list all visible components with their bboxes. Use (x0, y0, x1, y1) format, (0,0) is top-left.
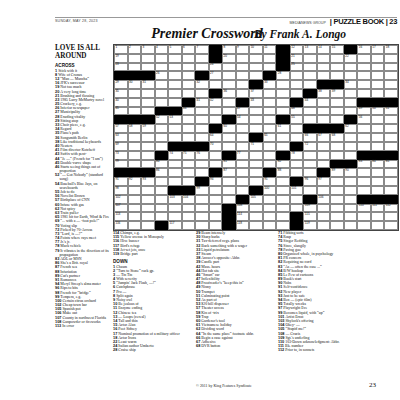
grid-cell[interactable] (317, 98, 331, 107)
grid-cell[interactable]: 9 (236, 45, 250, 54)
grid-cell[interactable] (155, 63, 169, 72)
grid-cell[interactable] (330, 177, 344, 186)
grid-cell[interactable]: 42 (209, 98, 223, 107)
grid-cell[interactable] (357, 133, 371, 142)
grid-cell[interactable]: 47 (236, 107, 250, 116)
grid-cell[interactable] (195, 204, 209, 213)
grid-cell[interactable]: 114 (236, 212, 250, 221)
grid-cell[interactable] (249, 177, 263, 186)
grid-cell[interactable]: 34 (344, 80, 358, 89)
grid-cell[interactable] (263, 89, 277, 98)
grid-cell[interactable]: 59 (141, 124, 155, 133)
grid-cell[interactable] (344, 107, 358, 116)
grid-cell[interactable] (276, 212, 290, 221)
grid-cell[interactable] (236, 160, 250, 169)
grid-cell[interactable] (168, 89, 182, 98)
grid-cell[interactable] (290, 80, 304, 89)
grid-cell[interactable]: 72 (303, 142, 317, 151)
grid-cell[interactable] (249, 107, 263, 116)
grid-cell[interactable]: 1 (114, 45, 128, 54)
grid-cell[interactable] (357, 142, 371, 151)
grid-cell[interactable] (317, 151, 331, 160)
grid-cell[interactable]: 57 (114, 124, 128, 133)
grid-cell[interactable] (276, 186, 290, 195)
grid-cell[interactable] (141, 212, 155, 221)
grid-cell[interactable] (182, 80, 196, 89)
grid-cell[interactable]: 101 (290, 186, 304, 195)
grid-cell[interactable] (155, 98, 169, 107)
grid-cell[interactable]: 81 (222, 160, 236, 169)
grid-cell[interactable]: 95 (263, 177, 277, 186)
grid-cell[interactable] (276, 133, 290, 142)
grid-cell[interactable] (209, 186, 223, 195)
grid-cell[interactable] (236, 124, 250, 133)
grid-cell[interactable] (128, 160, 142, 169)
grid-cell[interactable]: 117 (168, 221, 182, 230)
grid-cell[interactable] (128, 63, 142, 72)
grid-cell[interactable]: 65 (263, 133, 277, 142)
grid-cell[interactable]: 20 (222, 54, 236, 63)
grid-cell[interactable] (303, 115, 317, 124)
grid-cell[interactable] (182, 160, 196, 169)
grid-cell[interactable] (141, 142, 155, 151)
grid-cell[interactable] (168, 177, 182, 186)
grid-cell[interactable]: 18 (384, 45, 398, 54)
grid-cell[interactable] (182, 115, 196, 124)
grid-cell[interactable] (344, 195, 358, 204)
grid-cell[interactable] (155, 212, 169, 221)
grid-cell[interactable] (209, 107, 223, 116)
grid-cell[interactable] (182, 71, 196, 80)
grid-cell[interactable] (249, 204, 263, 213)
grid-cell[interactable] (249, 124, 263, 133)
grid-cell[interactable] (182, 177, 196, 186)
grid-cell[interactable] (317, 204, 331, 213)
grid-cell[interactable] (195, 221, 209, 230)
grid-cell[interactable] (155, 80, 169, 89)
grid-cell[interactable] (168, 124, 182, 133)
grid-cell[interactable]: 53 (168, 115, 182, 124)
grid-cell[interactable] (317, 71, 331, 80)
grid-cell[interactable]: 38 (317, 89, 331, 98)
grid-cell[interactable] (155, 124, 169, 133)
grid-cell[interactable] (344, 221, 358, 230)
grid-cell[interactable]: 70 (209, 142, 223, 151)
grid-cell[interactable]: 13 (303, 45, 317, 54)
grid-cell[interactable] (168, 133, 182, 142)
grid-cell[interactable] (195, 54, 209, 63)
grid-cell[interactable] (168, 168, 182, 177)
grid-cell[interactable] (128, 54, 142, 63)
grid-cell[interactable] (357, 221, 371, 230)
grid-cell[interactable] (303, 168, 317, 177)
grid-cell[interactable] (384, 177, 398, 186)
grid-cell[interactable] (249, 221, 263, 230)
grid-cell[interactable] (222, 133, 236, 142)
grid-cell[interactable] (236, 186, 250, 195)
grid-cell[interactable]: 7 (195, 45, 209, 54)
grid-cell[interactable] (317, 63, 331, 72)
grid-cell[interactable] (195, 107, 209, 116)
grid-cell[interactable]: 50 (371, 107, 385, 116)
grid-cell[interactable]: 27 (209, 71, 223, 80)
grid-cell[interactable]: 68 (330, 133, 344, 142)
grid-cell[interactable] (249, 54, 263, 63)
grid-cell[interactable]: 119 (303, 221, 317, 230)
grid-cell[interactable]: 113 (114, 212, 128, 221)
grid-cell[interactable] (168, 98, 182, 107)
grid-cell[interactable] (330, 195, 344, 204)
grid-cell[interactable] (344, 98, 358, 107)
grid-cell[interactable] (371, 133, 385, 142)
crossword-grid[interactable]: 1234567891011121314151617181920212223242… (113, 44, 399, 231)
grid-cell[interactable] (290, 133, 304, 142)
grid-cell[interactable]: 107 (114, 204, 128, 213)
grid-cell[interactable] (222, 71, 236, 80)
grid-cell[interactable] (303, 107, 317, 116)
grid-cell[interactable] (195, 63, 209, 72)
grid-cell[interactable] (330, 71, 344, 80)
grid-cell[interactable]: 83 (357, 160, 371, 169)
grid-cell[interactable] (263, 160, 277, 169)
grid-cell[interactable]: 66 (303, 133, 317, 142)
grid-cell[interactable] (236, 54, 250, 63)
grid-cell[interactable] (384, 133, 398, 142)
grid-cell[interactable]: 48 (290, 107, 304, 116)
grid-cell[interactable]: 67 (317, 133, 331, 142)
grid-cell[interactable] (236, 168, 250, 177)
grid-cell[interactable] (155, 186, 169, 195)
grid-cell[interactable] (344, 212, 358, 221)
grid-cell[interactable] (371, 212, 385, 221)
grid-cell[interactable] (384, 115, 398, 124)
grid-cell[interactable] (344, 204, 358, 213)
grid-cell[interactable]: 41 (195, 98, 209, 107)
grid-cell[interactable] (182, 63, 196, 72)
grid-cell[interactable] (263, 212, 277, 221)
grid-cell[interactable]: 32 (195, 80, 209, 89)
grid-cell[interactable]: 79 (114, 160, 128, 169)
grid-cell[interactable] (155, 142, 169, 151)
grid-cell[interactable] (182, 133, 196, 142)
grid-cell[interactable]: 19 (114, 54, 128, 63)
grid-cell[interactable]: 71 (249, 142, 263, 151)
grid-cell[interactable] (141, 221, 155, 230)
grid-cell[interactable] (141, 63, 155, 72)
grid-cell[interactable] (236, 133, 250, 142)
grid-cell[interactable]: 94 (209, 177, 223, 186)
grid-cell[interactable]: 98 (114, 186, 128, 195)
grid-cell[interactable]: 110 (357, 204, 371, 213)
grid-cell[interactable]: 80 (155, 160, 169, 169)
grid-cell[interactable] (303, 160, 317, 169)
grid-cell[interactable] (236, 80, 250, 89)
grid-cell[interactable] (276, 80, 290, 89)
grid-cell[interactable]: 46 (182, 107, 196, 116)
grid-cell[interactable] (209, 195, 223, 204)
grid-cell[interactable]: 29 (114, 80, 128, 89)
grid-cell[interactable] (128, 98, 142, 107)
grid-cell[interactable] (357, 80, 371, 89)
grid-cell[interactable] (263, 98, 277, 107)
grid-cell[interactable] (222, 80, 236, 89)
grid-cell[interactable]: 56 (357, 115, 371, 124)
grid-cell[interactable] (249, 160, 263, 169)
grid-cell[interactable]: 108 (236, 204, 250, 213)
grid-cell[interactable] (155, 204, 169, 213)
grid-cell[interactable] (290, 71, 304, 80)
grid-cell[interactable] (330, 142, 344, 151)
grid-cell[interactable]: 40 (114, 98, 128, 107)
grid-cell[interactable] (263, 54, 277, 63)
grid-cell[interactable] (344, 63, 358, 72)
grid-cell[interactable] (330, 63, 344, 72)
grid-cell[interactable] (128, 212, 142, 221)
grid-cell[interactable] (195, 160, 209, 169)
grid-cell[interactable] (195, 133, 209, 142)
grid-cell[interactable] (236, 89, 250, 98)
grid-cell[interactable] (384, 142, 398, 151)
grid-cell[interactable]: 78 (290, 151, 304, 160)
grid-cell[interactable]: 96 (303, 177, 317, 186)
grid-cell[interactable]: 54 (236, 115, 250, 124)
grid-cell[interactable] (249, 71, 263, 80)
grid-cell[interactable] (182, 54, 196, 63)
grid-cell[interactable] (263, 107, 277, 116)
grid-cell[interactable] (249, 212, 263, 221)
grid-cell[interactable] (303, 186, 317, 195)
grid-cell[interactable] (209, 221, 223, 230)
grid-cell[interactable] (330, 212, 344, 221)
grid-cell[interactable] (222, 195, 236, 204)
grid-cell[interactable]: 104 (182, 195, 196, 204)
grid-cell[interactable]: 33 (263, 80, 277, 89)
grid-cell[interactable]: 31 (141, 80, 155, 89)
grid-cell[interactable]: 14 (317, 45, 331, 54)
grid-cell[interactable] (317, 221, 331, 230)
grid-cell[interactable] (344, 151, 358, 160)
grid-cell[interactable]: 88 (276, 168, 290, 177)
grid-cell[interactable]: 21 (290, 54, 304, 63)
grid-cell[interactable]: 64 (209, 133, 223, 142)
grid-cell[interactable] (371, 89, 385, 98)
grid-cell[interactable] (290, 124, 304, 133)
grid-cell[interactable]: 10 (249, 45, 263, 54)
grid-cell[interactable] (222, 142, 236, 151)
grid-cell[interactable]: 102 (114, 195, 128, 204)
grid-cell[interactable] (357, 89, 371, 98)
grid-cell[interactable]: 116 (114, 221, 128, 230)
grid-cell[interactable]: 90 (344, 168, 358, 177)
grid-cell[interactable] (303, 80, 317, 89)
grid-cell[interactable]: 69 (114, 142, 128, 151)
grid-cell[interactable] (330, 98, 344, 107)
grid-cell[interactable] (128, 186, 142, 195)
grid-cell[interactable] (155, 54, 169, 63)
grid-cell[interactable] (317, 212, 331, 221)
grid-cell[interactable] (128, 195, 142, 204)
grid-cell[interactable] (222, 186, 236, 195)
grid-cell[interactable] (344, 186, 358, 195)
grid-cell[interactable] (141, 54, 155, 63)
grid-cell[interactable]: 52 (155, 115, 169, 124)
grid-cell[interactable]: 112 (384, 204, 398, 213)
grid-cell[interactable] (276, 195, 290, 204)
grid-cell[interactable] (276, 221, 290, 230)
grid-cell[interactable]: 76 (195, 151, 209, 160)
grid-cell[interactable]: 118 (236, 221, 250, 230)
grid-cell[interactable] (195, 195, 209, 204)
grid-cell[interactable] (141, 98, 155, 107)
grid-cell[interactable]: 11 (263, 45, 277, 54)
grid-cell[interactable] (141, 151, 155, 160)
grid-cell[interactable] (357, 71, 371, 80)
grid-cell[interactable]: 5 (168, 45, 182, 54)
grid-cell[interactable] (317, 115, 331, 124)
grid-cell[interactable] (303, 63, 317, 72)
grid-cell[interactable] (195, 89, 209, 98)
grid-cell[interactable] (384, 124, 398, 133)
grid-cell[interactable]: 82 (276, 160, 290, 169)
grid-cell[interactable] (128, 107, 142, 116)
grid-cell[interactable]: 28 (276, 71, 290, 80)
grid-cell[interactable] (371, 124, 385, 133)
grid-cell[interactable] (195, 212, 209, 221)
grid-cell[interactable] (168, 204, 182, 213)
grid-cell[interactable] (168, 80, 182, 89)
grid-cell[interactable] (357, 177, 371, 186)
grid-cell[interactable] (209, 115, 223, 124)
grid-cell[interactable] (236, 142, 250, 151)
grid-cell[interactable]: 105 (249, 195, 263, 204)
grid-cell[interactable] (209, 160, 223, 169)
grid-cell[interactable]: 30 (128, 80, 142, 89)
grid-cell[interactable]: 75 (182, 151, 196, 160)
grid-cell[interactable] (168, 160, 182, 169)
grid-cell[interactable] (155, 195, 169, 204)
grid-cell[interactable] (290, 204, 304, 213)
grid-cell[interactable] (317, 186, 331, 195)
grid-cell[interactable] (222, 107, 236, 116)
grid-cell[interactable] (195, 115, 209, 124)
grid-cell[interactable] (128, 221, 142, 230)
grid-cell[interactable] (330, 186, 344, 195)
grid-cell[interactable]: 77 (236, 151, 250, 160)
grid-cell[interactable]: 49 (357, 107, 371, 116)
grid-cell[interactable]: 58 (128, 124, 142, 133)
grid-cell[interactable] (330, 107, 344, 116)
grid-cell[interactable] (384, 168, 398, 177)
grid-cell[interactable] (330, 115, 344, 124)
grid-cell[interactable] (330, 204, 344, 213)
grid-cell[interactable]: 22 (344, 54, 358, 63)
grid-cell[interactable] (371, 63, 385, 72)
grid-cell[interactable]: 89 (330, 168, 344, 177)
grid-cell[interactable] (141, 186, 155, 195)
grid-cell[interactable] (236, 177, 250, 186)
grid-cell[interactable]: 12 (290, 45, 304, 54)
grid-cell[interactable]: 103 (168, 195, 182, 204)
grid-cell[interactable]: 37 (249, 89, 263, 98)
grid-cell[interactable] (317, 142, 331, 151)
grid-cell[interactable]: 17 (371, 45, 385, 54)
grid-cell[interactable]: 97 (317, 177, 331, 186)
grid-cell[interactable] (263, 195, 277, 204)
grid-cell[interactable] (141, 195, 155, 204)
grid-cell[interactable] (182, 89, 196, 98)
grid-cell[interactable] (168, 71, 182, 80)
grid-cell[interactable] (168, 54, 182, 63)
grid-cell[interactable] (276, 177, 290, 186)
grid-cell[interactable] (141, 160, 155, 169)
grid-cell[interactable] (182, 124, 196, 133)
grid-cell[interactable]: 45 (114, 107, 128, 116)
grid-cell[interactable]: 25 (290, 63, 304, 72)
grid-cell[interactable]: 26 (155, 71, 169, 80)
grid-cell[interactable]: 61 (276, 124, 290, 133)
grid-cell[interactable] (155, 177, 169, 186)
grid-cell[interactable] (344, 177, 358, 186)
grid-cell[interactable] (263, 124, 277, 133)
grid-cell[interactable] (371, 168, 385, 177)
grid-cell[interactable] (357, 186, 371, 195)
grid-cell[interactable] (168, 63, 182, 72)
grid-cell[interactable] (249, 151, 263, 160)
grid-cell[interactable]: 43 (249, 98, 263, 107)
grid-cell[interactable]: 24 (209, 63, 223, 72)
grid-cell[interactable] (344, 133, 358, 142)
grid-cell[interactable] (249, 63, 263, 72)
grid-cell[interactable] (330, 54, 344, 63)
grid-cell[interactable] (317, 107, 331, 116)
grid-cell[interactable]: 85 (384, 160, 398, 169)
grid-cell[interactable] (371, 80, 385, 89)
grid-cell[interactable] (195, 124, 209, 133)
grid-cell[interactable] (357, 63, 371, 72)
grid-cell[interactable] (263, 115, 277, 124)
grid-cell[interactable] (209, 80, 223, 89)
grid-cell[interactable]: 55 (290, 115, 304, 124)
grid-cell[interactable]: 91 (114, 177, 128, 186)
grid-cell[interactable] (384, 89, 398, 98)
grid-cell[interactable]: 35 (114, 89, 128, 98)
grid-cell[interactable] (222, 63, 236, 72)
grid-cell[interactable] (384, 54, 398, 63)
grid-cell[interactable] (263, 63, 277, 72)
grid-cell[interactable]: 23 (114, 63, 128, 72)
grid-cell[interactable]: 109 (303, 204, 317, 213)
grid-cell[interactable]: 4 (155, 45, 169, 54)
grid-cell[interactable] (357, 124, 371, 133)
grid-cell[interactable] (141, 204, 155, 213)
grid-cell[interactable] (276, 107, 290, 116)
grid-cell[interactable]: 62 (344, 124, 358, 133)
grid-cell[interactable] (128, 151, 142, 160)
grid-cell[interactable] (263, 221, 277, 230)
grid-cell[interactable] (128, 133, 142, 142)
grid-cell[interactable] (128, 142, 142, 151)
grid-cell[interactable] (317, 160, 331, 169)
grid-cell[interactable] (209, 212, 223, 221)
grid-cell[interactable] (303, 71, 317, 80)
grid-cell[interactable] (249, 115, 263, 124)
grid-cell[interactable]: 2 (128, 45, 142, 54)
grid-cell[interactable]: 115 (303, 212, 317, 221)
grid-cell[interactable]: 106 (317, 195, 331, 204)
grid-cell[interactable] (141, 107, 155, 116)
grid-cell[interactable] (263, 151, 277, 160)
grid-cell[interactable]: 60 (222, 124, 236, 133)
